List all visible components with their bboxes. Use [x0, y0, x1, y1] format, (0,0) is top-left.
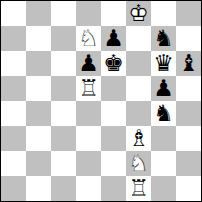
black-queen: ♛	[151, 51, 176, 76]
black-pawn: ♟	[101, 26, 126, 51]
white-knight: ♞♘	[76, 26, 101, 51]
chess-board-frame: ♚♔♞♘♟♞♟♚♛♝♜♖♟♞♝♗♞♘♜♖	[0, 0, 202, 202]
square-h3[interactable]	[176, 126, 201, 151]
square-a3[interactable]	[1, 126, 26, 151]
square-c6[interactable]	[51, 51, 76, 76]
square-a4[interactable]	[1, 101, 26, 126]
square-e5[interactable]	[101, 76, 126, 101]
square-f3[interactable]: ♝♗	[126, 126, 151, 151]
square-a1[interactable]	[1, 176, 26, 201]
square-g6[interactable]: ♛	[151, 51, 176, 76]
white-king: ♚♔	[126, 1, 151, 26]
square-d6[interactable]: ♟	[76, 51, 101, 76]
square-g2[interactable]	[151, 151, 176, 176]
square-g4[interactable]: ♞	[151, 101, 176, 126]
square-f2[interactable]: ♞♘	[126, 151, 151, 176]
white-rook: ♜♖	[126, 176, 151, 201]
square-b7[interactable]	[26, 26, 51, 51]
square-h7[interactable]	[176, 26, 201, 51]
black-pawn: ♟	[151, 76, 176, 101]
square-h6[interactable]: ♝	[176, 51, 201, 76]
square-h2[interactable]	[176, 151, 201, 176]
square-c3[interactable]	[51, 126, 76, 151]
black-pawn: ♟	[76, 51, 101, 76]
square-f4[interactable]	[126, 101, 151, 126]
square-c5[interactable]	[51, 76, 76, 101]
square-f5[interactable]	[126, 76, 151, 101]
black-knight: ♞	[151, 26, 176, 51]
square-g5[interactable]: ♟	[151, 76, 176, 101]
chess-board: ♚♔♞♘♟♞♟♚♛♝♜♖♟♞♝♗♞♘♜♖	[1, 1, 201, 201]
black-knight: ♞	[151, 101, 176, 126]
square-f6[interactable]	[126, 51, 151, 76]
square-c7[interactable]	[51, 26, 76, 51]
square-c4[interactable]	[51, 101, 76, 126]
square-b5[interactable]	[26, 76, 51, 101]
square-d1[interactable]	[76, 176, 101, 201]
square-b3[interactable]	[26, 126, 51, 151]
square-h1[interactable]	[176, 176, 201, 201]
white-knight: ♞♘	[126, 151, 151, 176]
square-e7[interactable]: ♟	[101, 26, 126, 51]
square-g7[interactable]: ♞	[151, 26, 176, 51]
black-king: ♚	[101, 51, 126, 76]
white-rook: ♜♖	[76, 76, 101, 101]
square-b1[interactable]	[26, 176, 51, 201]
square-h4[interactable]	[176, 101, 201, 126]
square-e4[interactable]	[101, 101, 126, 126]
square-a7[interactable]	[1, 26, 26, 51]
square-f7[interactable]	[126, 26, 151, 51]
square-g1[interactable]	[151, 176, 176, 201]
square-c2[interactable]	[51, 151, 76, 176]
square-a6[interactable]	[1, 51, 26, 76]
square-d3[interactable]	[76, 126, 101, 151]
square-b2[interactable]	[26, 151, 51, 176]
square-e2[interactable]	[101, 151, 126, 176]
square-d2[interactable]	[76, 151, 101, 176]
square-d7[interactable]: ♞♘	[76, 26, 101, 51]
square-g8[interactable]	[151, 1, 176, 26]
square-c1[interactable]	[51, 176, 76, 201]
square-h8[interactable]	[176, 1, 201, 26]
square-d5[interactable]: ♜♖	[76, 76, 101, 101]
white-bishop: ♝♗	[126, 126, 151, 151]
square-d4[interactable]	[76, 101, 101, 126]
square-e8[interactable]	[101, 1, 126, 26]
square-a5[interactable]	[1, 76, 26, 101]
square-b8[interactable]	[26, 1, 51, 26]
square-e3[interactable]	[101, 126, 126, 151]
square-e6[interactable]: ♚	[101, 51, 126, 76]
square-d8[interactable]	[76, 1, 101, 26]
square-c8[interactable]	[51, 1, 76, 26]
square-e1[interactable]	[101, 176, 126, 201]
square-f1[interactable]: ♜♖	[126, 176, 151, 201]
square-a8[interactable]	[1, 1, 26, 26]
square-g3[interactable]	[151, 126, 176, 151]
square-b4[interactable]	[26, 101, 51, 126]
square-h5[interactable]	[176, 76, 201, 101]
square-f8[interactable]: ♚♔	[126, 1, 151, 26]
square-a2[interactable]	[1, 151, 26, 176]
square-b6[interactable]	[26, 51, 51, 76]
black-bishop: ♝	[176, 51, 201, 76]
